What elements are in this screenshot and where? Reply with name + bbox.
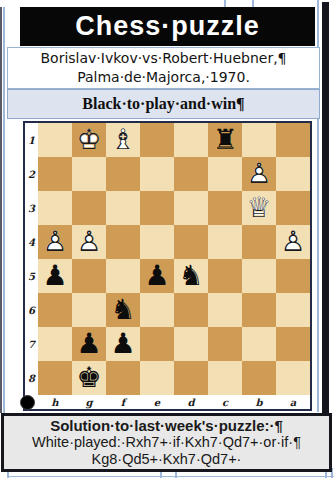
square-d4[interactable] <box>174 225 208 259</box>
square-d2[interactable] <box>174 157 208 191</box>
square-f5[interactable] <box>106 259 140 293</box>
file-label-e: e <box>140 395 174 409</box>
piece-wP-b2: ♟♙ <box>242 157 276 191</box>
right-border-bar <box>322 2 329 413</box>
square-b3[interactable]: ♛♕ <box>242 191 276 225</box>
square-c8[interactable] <box>208 361 242 395</box>
square-b7[interactable] <box>242 327 276 361</box>
square-c3[interactable] <box>208 191 242 225</box>
rank-label-6: 6 <box>25 293 38 327</box>
square-h1[interactable] <box>38 123 72 157</box>
square-a1[interactable] <box>276 123 310 157</box>
piece-bR-c1: ♜ <box>208 123 242 157</box>
square-e2[interactable] <box>140 157 174 191</box>
square-d7[interactable] <box>174 327 208 361</box>
piece-wB-f1: ♝♗ <box>106 123 140 157</box>
square-d3[interactable] <box>174 191 208 225</box>
square-a2[interactable] <box>276 157 310 191</box>
square-d6[interactable] <box>174 293 208 327</box>
file-label-g: g <box>72 395 106 409</box>
square-g6[interactable] <box>72 293 106 327</box>
piece-wK-g1: ♚♔ <box>72 123 106 157</box>
table-gridline-left <box>3 7 5 468</box>
square-e1[interactable] <box>140 123 174 157</box>
table-gridline-bottom-horizontal <box>7 476 334 477</box>
piece-wP-g4: ♟♙ <box>72 225 106 259</box>
rank-label-1: 1 <box>25 123 38 157</box>
square-h4[interactable]: ♟♙ <box>38 225 72 259</box>
square-b1[interactable] <box>242 123 276 157</box>
square-e7[interactable] <box>140 327 174 361</box>
solution-heading: Solution·to·last·week's·puzzle:·¶ <box>4 417 329 434</box>
file-label-a: a <box>276 395 310 409</box>
piece-wQ-b3: ♛♕ <box>242 191 276 225</box>
square-h2[interactable] <box>38 157 72 191</box>
square-g8[interactable]: ♚ <box>72 361 106 395</box>
table-gridline-tick <box>224 0 226 7</box>
rank-label-4: 4 <box>25 225 38 259</box>
file-label-c: c <box>208 395 242 409</box>
chess-puzzle-page: Chess·puzzle Borislav·Ivkov·vs·Robert·Hu… <box>0 0 334 478</box>
square-c5[interactable] <box>208 259 242 293</box>
square-b8[interactable] <box>242 361 276 395</box>
square-b6[interactable] <box>242 293 276 327</box>
to-move-indicator-cell <box>25 395 38 409</box>
rank-label-2: 2 <box>25 157 38 191</box>
rank-label-8: 8 <box>25 361 38 395</box>
board-grid: 1♚♔♝♗♜2♟♙3♛♕4♟♙♟♙♟♙5♟♟♞6♞7♟♟8♚hgfedcba <box>25 123 310 409</box>
piece-bK-g8: ♚ <box>72 361 106 395</box>
file-label-f: f <box>106 395 140 409</box>
square-e8[interactable] <box>140 361 174 395</box>
square-h8[interactable] <box>38 361 72 395</box>
square-d5[interactable]: ♞ <box>174 259 208 293</box>
square-a6[interactable] <box>276 293 310 327</box>
square-g7[interactable]: ♟ <box>72 327 106 361</box>
piece-bP-g7: ♟ <box>72 327 106 361</box>
rank-label-3: 3 <box>25 191 38 225</box>
square-g5[interactable] <box>72 259 106 293</box>
square-e3[interactable] <box>140 191 174 225</box>
square-g2[interactable] <box>72 157 106 191</box>
square-c7[interactable] <box>208 327 242 361</box>
square-b4[interactable] <box>242 225 276 259</box>
piece-wP-a4: ♟♙ <box>276 225 310 259</box>
square-e5[interactable]: ♟ <box>140 259 174 293</box>
file-label-h: h <box>38 395 72 409</box>
solution-line-2: Kg8·Qd5+·Kxh7·Qd7+· <box>4 451 329 468</box>
square-f7[interactable]: ♟ <box>106 327 140 361</box>
square-f8[interactable] <box>106 361 140 395</box>
square-f4[interactable] <box>106 225 140 259</box>
square-h6[interactable] <box>38 293 72 327</box>
square-c6[interactable] <box>208 293 242 327</box>
file-label-b: b <box>242 395 276 409</box>
square-a7[interactable] <box>276 327 310 361</box>
square-e4[interactable] <box>140 225 174 259</box>
square-d8[interactable] <box>174 361 208 395</box>
file-label-d: d <box>174 395 208 409</box>
rank-label-7: 7 <box>25 327 38 361</box>
chess-board: 1♚♔♝♗♜2♟♙3♛♕4♟♙♟♙♟♙5♟♟♞6♞7♟♟8♚hgfedcba <box>23 121 312 411</box>
rank-label-5: 5 <box>25 259 38 293</box>
square-b5[interactable] <box>242 259 276 293</box>
piece-bN-f6: ♞ <box>106 293 140 327</box>
solution-box: Solution·to·last·week's·puzzle:·¶ White·… <box>1 413 332 472</box>
square-f1[interactable]: ♝♗ <box>106 123 140 157</box>
square-a4[interactable]: ♟♙ <box>276 225 310 259</box>
square-c4[interactable] <box>208 225 242 259</box>
square-h3[interactable] <box>38 191 72 225</box>
square-h7[interactable] <box>38 327 72 361</box>
black-to-move-dot <box>20 395 35 410</box>
square-b2[interactable]: ♟♙ <box>242 157 276 191</box>
players-line: Borislav·Ivkov·vs·Robert·Huebner,¶ <box>40 49 286 68</box>
square-g3[interactable] <box>72 191 106 225</box>
instruction-banner: Black·to·play·and·win¶ <box>7 89 320 119</box>
piece-bP-h5: ♟ <box>38 259 72 293</box>
event-caption: Borislav·Ivkov·vs·Robert·Huebner,¶ Palma… <box>7 47 320 89</box>
square-e6[interactable] <box>140 293 174 327</box>
square-f3[interactable] <box>106 191 140 225</box>
square-g1[interactable]: ♚♔ <box>72 123 106 157</box>
piece-bP-f7: ♟ <box>106 327 140 361</box>
left-border-line <box>0 7 2 413</box>
square-a8[interactable] <box>276 361 310 395</box>
square-h5[interactable]: ♟ <box>38 259 72 293</box>
square-c2[interactable] <box>208 157 242 191</box>
venue-line: Palma·de·Majorca,·1970. <box>77 68 250 87</box>
piece-bP-e5: ♟ <box>140 259 174 293</box>
piece-wP-h4: ♟♙ <box>38 225 72 259</box>
solution-line-1: White·played:·Rxh7+·if·Kxh7·Qd7+·or·if·¶ <box>4 434 329 451</box>
piece-bN-d5: ♞ <box>174 259 208 293</box>
table-gridline-tick <box>252 0 254 7</box>
square-f6[interactable]: ♞ <box>106 293 140 327</box>
square-c1[interactable]: ♜ <box>208 123 242 157</box>
square-f2[interactable] <box>106 157 140 191</box>
square-a3[interactable] <box>276 191 310 225</box>
square-d1[interactable] <box>174 123 208 157</box>
square-a5[interactable] <box>276 259 310 293</box>
square-g4[interactable]: ♟♙ <box>72 225 106 259</box>
page-title: Chess·puzzle <box>20 7 315 46</box>
